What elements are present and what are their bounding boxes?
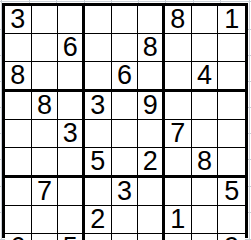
cell-r6c1-empty[interactable] — [5, 148, 32, 178]
cell-r4c1-empty[interactable] — [5, 92, 32, 120]
cell-r5c2-empty[interactable] — [32, 120, 59, 148]
cell-r1c3-empty[interactable] — [58, 6, 85, 34]
cell-r9c9-given: 9 — [218, 234, 245, 240]
cell-r8c9-empty[interactable] — [218, 206, 245, 234]
cell-r8c5-empty[interactable] — [112, 206, 139, 234]
cell-r7c7-empty[interactable] — [165, 178, 192, 206]
spreadsheet-gridline-h — [0, 1, 251, 2]
cell-r6c5-empty[interactable] — [112, 148, 139, 178]
cell-r5c8-empty[interactable] — [192, 120, 219, 148]
cell-r6c3-empty[interactable] — [58, 148, 85, 178]
cell-r4c4-given: 3 — [85, 92, 112, 120]
cell-r3c2-empty[interactable] — [32, 62, 59, 92]
cell-r6c8-given: 8 — [192, 148, 219, 178]
cell-r7c8-empty[interactable] — [192, 178, 219, 206]
cell-r9c8-empty[interactable] — [192, 234, 219, 240]
cell-r9c6-empty[interactable] — [138, 234, 165, 240]
cell-r8c7-given: 1 — [165, 206, 192, 234]
cell-r6c4-given: 5 — [85, 148, 112, 178]
cell-r9c5-empty[interactable] — [112, 234, 139, 240]
cell-r5c6-empty[interactable] — [138, 120, 165, 148]
cell-r1c9-given: 1 — [218, 6, 245, 34]
cell-r4c3-empty[interactable] — [58, 92, 85, 120]
cell-r6c9-empty[interactable] — [218, 148, 245, 178]
cell-r1c7-given: 8 — [165, 6, 192, 34]
cell-r1c8-empty[interactable] — [192, 6, 219, 34]
cell-r6c2-empty[interactable] — [32, 148, 59, 178]
cell-r2c5-empty[interactable] — [112, 34, 139, 62]
cell-r5c3-given: 3 — [58, 120, 85, 148]
cell-r5c5-empty[interactable] — [112, 120, 139, 148]
cell-r7c9-given: 5 — [218, 178, 245, 206]
cell-r2c9-empty[interactable] — [218, 34, 245, 62]
cell-r3c3-empty[interactable] — [58, 62, 85, 92]
cell-r4c9-empty[interactable] — [218, 92, 245, 120]
sudoku-board: 381688648393752873521659 — [2, 3, 248, 238]
cell-r3c1-given: 8 — [5, 62, 32, 92]
cell-r2c7-empty[interactable] — [165, 34, 192, 62]
cell-r4c6-given: 9 — [138, 92, 165, 120]
cell-r5c1-empty[interactable] — [5, 120, 32, 148]
cell-r7c3-empty[interactable] — [58, 178, 85, 206]
cell-r5c4-empty[interactable] — [85, 120, 112, 148]
cell-r4c8-empty[interactable] — [192, 92, 219, 120]
cell-r9c2-empty[interactable] — [32, 234, 59, 240]
cell-r2c3-given: 6 — [58, 34, 85, 62]
cell-r5c7-given: 7 — [165, 120, 192, 148]
cell-r1c2-empty[interactable] — [32, 6, 59, 34]
cell-r4c5-empty[interactable] — [112, 92, 139, 120]
cell-r4c2-given: 8 — [32, 92, 59, 120]
cell-r1c5-empty[interactable] — [112, 6, 139, 34]
cell-r7c4-empty[interactable] — [85, 178, 112, 206]
cell-r1c6-empty[interactable] — [138, 6, 165, 34]
cell-r1c1-given: 3 — [5, 6, 32, 34]
cell-r8c1-empty[interactable] — [5, 206, 32, 234]
cell-r3c6-empty[interactable] — [138, 62, 165, 92]
cell-r5c9-empty[interactable] — [218, 120, 245, 148]
cell-r2c4-empty[interactable] — [85, 34, 112, 62]
cell-r2c6-given: 8 — [138, 34, 165, 62]
cell-r9c4-empty[interactable] — [85, 234, 112, 240]
cell-r9c1-given: 6 — [5, 234, 32, 240]
cell-r3c8-given: 4 — [192, 62, 219, 92]
cell-r7c6-empty[interactable] — [138, 178, 165, 206]
cell-r8c6-empty[interactable] — [138, 206, 165, 234]
cell-r4c7-empty[interactable] — [165, 92, 192, 120]
cell-r2c1-empty[interactable] — [5, 34, 32, 62]
cell-r9c3-given: 5 — [58, 234, 85, 240]
cell-r8c3-empty[interactable] — [58, 206, 85, 234]
cell-r2c8-empty[interactable] — [192, 34, 219, 62]
cell-r7c5-given: 3 — [112, 178, 139, 206]
cell-r1c4-empty[interactable] — [85, 6, 112, 34]
cell-r9c7-empty[interactable] — [165, 234, 192, 240]
cell-r6c7-empty[interactable] — [165, 148, 192, 178]
cell-r8c4-given: 2 — [85, 206, 112, 234]
cell-r3c4-empty[interactable] — [85, 62, 112, 92]
spreadsheet-gridline-v — [249, 0, 250, 240]
sudoku-page: 381688648393752873521659 — [0, 0, 251, 240]
cell-r3c9-empty[interactable] — [218, 62, 245, 92]
cell-r3c5-given: 6 — [112, 62, 139, 92]
cell-r8c2-empty[interactable] — [32, 206, 59, 234]
cell-r6c6-given: 2 — [138, 148, 165, 178]
cell-r7c1-empty[interactable] — [5, 178, 32, 206]
cell-r7c2-given: 7 — [32, 178, 59, 206]
cell-r3c7-empty[interactable] — [165, 62, 192, 92]
cell-r8c8-empty[interactable] — [192, 206, 219, 234]
cell-r2c2-empty[interactable] — [32, 34, 59, 62]
